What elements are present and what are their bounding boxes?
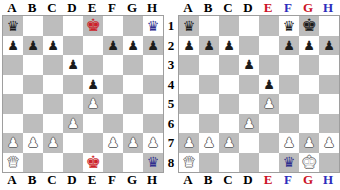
rank-label-1: 1 <box>164 16 178 36</box>
after-square-g5 <box>299 94 319 114</box>
after-square-a2: ♟ <box>179 36 199 56</box>
before-square-e7 <box>83 133 103 153</box>
before-square-c6 <box>43 114 63 134</box>
before-square-d5 <box>63 94 83 114</box>
black-pawn-a2: ♟ <box>183 39 195 52</box>
after-square-d6: ♟ <box>239 114 259 134</box>
chessboard-before: ♛♚♛♟♟♟♟♟♟♟♟♟♟♟♟♟♟♟♟♛♚♛ <box>2 15 164 173</box>
after-square-e8 <box>259 153 279 173</box>
white-pawn-f7: ♟ <box>283 136 295 149</box>
red-king-e1: ♚ <box>85 17 100 34</box>
file-label-h-bottom: H <box>318 173 338 187</box>
file-label-d-bottom: D <box>62 173 82 187</box>
before-square-b6 <box>23 114 43 134</box>
after-square-a7: ♟ <box>179 133 199 153</box>
before-square-a8: ♛ <box>3 153 23 173</box>
before-square-e4: ♟ <box>83 75 103 95</box>
before-square-g4 <box>123 75 143 95</box>
after-square-b4 <box>199 75 219 95</box>
after-square-h7: ♟ <box>319 133 339 153</box>
after-square-h4 <box>319 75 339 95</box>
before-square-g3 <box>123 55 143 75</box>
after-square-e3 <box>259 55 279 75</box>
after-square-f4 <box>279 75 299 95</box>
after-square-c6 <box>219 114 239 134</box>
after-square-f1: ♛ <box>279 16 299 36</box>
after-square-h5 <box>319 94 339 114</box>
after-square-d1 <box>239 16 259 36</box>
black-pawn-c2: ♟ <box>223 39 235 52</box>
before-square-b2: ♟ <box>23 36 43 56</box>
after-square-b3 <box>199 55 219 75</box>
white-pawn-d6: ♟ <box>243 117 255 130</box>
after-square-g1: ♚ <box>299 16 319 36</box>
before-square-h4 <box>143 75 163 95</box>
file-label-e-bottom: E <box>82 173 102 187</box>
before-square-f8 <box>103 153 123 173</box>
file-label-g-bottom: G <box>298 173 318 187</box>
file-label-h-top: H <box>318 1 338 15</box>
after-square-c1 <box>219 16 239 36</box>
after-square-a1: ♛ <box>179 16 199 36</box>
blue-queen-h1: ♛ <box>147 19 160 33</box>
chessboard-after: ♛♛♚♟♟♟♟♟♟♟♟♟♟♟♟♟♟♟♟♛♛♚ <box>178 15 340 173</box>
black-pawn-e4: ♟ <box>263 78 275 91</box>
white-pawn-a7: ♟ <box>183 136 195 149</box>
after-square-b7: ♟ <box>199 133 219 153</box>
black-queen-a1: ♛ <box>183 19 196 33</box>
after-square-f7: ♟ <box>279 133 299 153</box>
before-square-f1 <box>103 16 123 36</box>
file-label-a-top: A <box>2 1 22 15</box>
file-label-e-bottom: E <box>258 173 278 187</box>
rank-label-6: 6 <box>164 114 178 134</box>
file-label-g-bottom: G <box>122 173 142 187</box>
after-square-b2: ♟ <box>199 36 219 56</box>
before-square-d4 <box>63 75 83 95</box>
after-square-e6 <box>259 114 279 134</box>
after-square-a8: ♛ <box>179 153 199 173</box>
before-square-b5 <box>23 94 43 114</box>
after-square-b6 <box>199 114 219 134</box>
before-square-a7: ♟ <box>3 133 23 153</box>
before-square-c8 <box>43 153 63 173</box>
white-pawn-c7: ♟ <box>47 136 59 149</box>
file-labels-before-bottom: ABCDEFGH <box>2 173 164 187</box>
after-square-f6 <box>279 114 299 134</box>
after-square-d5 <box>239 94 259 114</box>
before-square-f4 <box>103 75 123 95</box>
after-square-h1 <box>319 16 339 36</box>
file-label-h-top: H <box>142 1 162 15</box>
before-square-e3 <box>83 55 103 75</box>
after-square-d8 <box>239 153 259 173</box>
before-square-d2 <box>63 36 83 56</box>
black-queen-a1: ♛ <box>7 19 20 33</box>
before-square-b7: ♟ <box>23 133 43 153</box>
after-square-g2: ♟ <box>299 36 319 56</box>
after-square-h2: ♟ <box>319 36 339 56</box>
white-pawn-h7: ♟ <box>323 136 335 149</box>
before-square-c4 <box>43 75 63 95</box>
after-square-e7 <box>259 133 279 153</box>
after-square-g3 <box>299 55 319 75</box>
file-label-d-top: D <box>238 1 258 15</box>
file-label-b-bottom: B <box>198 173 218 187</box>
before-square-c2: ♟ <box>43 36 63 56</box>
file-label-h-bottom: H <box>142 173 162 187</box>
after-square-b1 <box>199 16 219 36</box>
black-pawn-g2: ♟ <box>127 39 139 52</box>
file-labels-before-top: ABCDEFGH <box>2 1 164 15</box>
red-king-e8: ♚ <box>85 154 100 171</box>
file-label-c-bottom: C <box>42 173 62 187</box>
board-after: ABCDEFGH♛♛♚♟♟♟♟♟♟♟♟♟♟♟♟♟♟♟♟♛♛♚ABCDEFGH <box>178 1 340 187</box>
after-square-h8 <box>319 153 339 173</box>
file-label-f-bottom: F <box>102 173 122 187</box>
rank-label-4: 4 <box>164 75 178 95</box>
black-king-g1: ♚ <box>301 17 316 34</box>
before-square-g6 <box>123 114 143 134</box>
rank-label-8: 8 <box>164 153 178 173</box>
blue-queen-f8: ♛ <box>283 155 296 169</box>
after-square-c8 <box>219 153 239 173</box>
file-label-d-bottom: D <box>238 173 258 187</box>
white-pawn-g7: ♟ <box>303 136 315 149</box>
file-label-b-top: B <box>22 1 42 15</box>
before-square-b3 <box>23 55 43 75</box>
black-pawn-b2: ♟ <box>203 39 215 52</box>
after-square-a3 <box>179 55 199 75</box>
before-square-c7: ♟ <box>43 133 63 153</box>
before-square-d3: ♟ <box>63 55 83 75</box>
white-pawn-c7: ♟ <box>223 136 235 149</box>
after-square-g4 <box>299 75 319 95</box>
white-queen-a8: ♛ <box>183 155 196 169</box>
after-square-f5 <box>279 94 299 114</box>
black-pawn-g2: ♟ <box>303 39 315 52</box>
after-square-c5 <box>219 94 239 114</box>
file-label-d-top: D <box>62 1 82 15</box>
before-square-e6 <box>83 114 103 134</box>
file-labels-after-bottom: ABCDEFGH <box>178 173 340 187</box>
before-square-f2: ♟ <box>103 36 123 56</box>
rank-label-2: 2 <box>164 36 178 56</box>
after-square-f3 <box>279 55 299 75</box>
before-square-h8: ♛ <box>143 153 163 173</box>
before-square-g8 <box>123 153 143 173</box>
white-pawn-e5: ♟ <box>263 97 275 110</box>
rank-label-7: 7 <box>164 133 178 153</box>
black-pawn-e4: ♟ <box>87 78 99 91</box>
after-square-b8 <box>199 153 219 173</box>
black-pawn-h2: ♟ <box>323 39 335 52</box>
before-square-f7: ♟ <box>103 133 123 153</box>
board-before: ABCDEFGH♛♚♛♟♟♟♟♟♟♟♟♟♟♟♟♟♟♟♟♛♚♛ABCDEFGH <box>2 1 164 187</box>
black-pawn-f2: ♟ <box>283 39 295 52</box>
before-square-a4 <box>3 75 23 95</box>
before-square-a5 <box>3 94 23 114</box>
after-square-c2: ♟ <box>219 36 239 56</box>
white-pawn-a7: ♟ <box>7 136 19 149</box>
before-square-g5 <box>123 94 143 114</box>
white-pawn-b7: ♟ <box>27 136 39 149</box>
after-square-f2: ♟ <box>279 36 299 56</box>
after-square-c7: ♟ <box>219 133 239 153</box>
after-square-f8: ♛ <box>279 153 299 173</box>
black-queen-f1: ♛ <box>283 19 296 33</box>
before-square-d1 <box>63 16 83 36</box>
white-queen-a8: ♛ <box>7 155 20 169</box>
before-square-b1 <box>23 16 43 36</box>
file-label-a-top: A <box>178 1 198 15</box>
white-pawn-d6: ♟ <box>67 117 79 130</box>
after-square-a6 <box>179 114 199 134</box>
before-square-e5: ♟ <box>83 94 103 114</box>
file-label-g-top: G <box>122 1 142 15</box>
black-pawn-c2: ♟ <box>47 39 59 52</box>
white-pawn-f7: ♟ <box>107 136 119 149</box>
before-square-g2: ♟ <box>123 36 143 56</box>
file-label-e-top: E <box>82 1 102 15</box>
file-label-b-bottom: B <box>22 173 42 187</box>
white-pawn-h7: ♟ <box>147 136 159 149</box>
before-square-a2: ♟ <box>3 36 23 56</box>
white-pawn-e5: ♟ <box>87 97 99 110</box>
file-label-f-top: F <box>102 1 122 15</box>
after-square-e2 <box>259 36 279 56</box>
after-square-d2 <box>239 36 259 56</box>
before-square-f3 <box>103 55 123 75</box>
after-square-a5 <box>179 94 199 114</box>
file-label-f-top: F <box>278 1 298 15</box>
after-square-c3 <box>219 55 239 75</box>
before-square-g7: ♟ <box>123 133 143 153</box>
before-square-d7 <box>63 133 83 153</box>
blue-queen-h8: ♛ <box>147 155 160 169</box>
file-label-c-bottom: C <box>218 173 238 187</box>
after-square-h6 <box>319 114 339 134</box>
before-square-h2: ♟ <box>143 36 163 56</box>
file-label-b-top: B <box>198 1 218 15</box>
black-pawn-a2: ♟ <box>7 39 19 52</box>
file-label-a-bottom: A <box>178 173 198 187</box>
file-label-e-top: E <box>258 1 278 15</box>
black-pawn-b2: ♟ <box>27 39 39 52</box>
rank-label-3: 3 <box>164 55 178 75</box>
before-square-b4 <box>23 75 43 95</box>
file-label-c-top: C <box>42 1 62 15</box>
before-square-c3 <box>43 55 63 75</box>
after-square-d3: ♟ <box>239 55 259 75</box>
after-square-e1 <box>259 16 279 36</box>
before-square-h1: ♛ <box>143 16 163 36</box>
after-square-b5 <box>199 94 219 114</box>
after-square-g6 <box>299 114 319 134</box>
black-pawn-f2: ♟ <box>107 39 119 52</box>
white-pawn-b7: ♟ <box>203 136 215 149</box>
after-square-h3 <box>319 55 339 75</box>
after-square-c4 <box>219 75 239 95</box>
after-square-g7: ♟ <box>299 133 319 153</box>
before-square-h5 <box>143 94 163 114</box>
before-square-a1: ♛ <box>3 16 23 36</box>
file-label-g-top: G <box>298 1 318 15</box>
rank-label-5: 5 <box>164 94 178 114</box>
file-labels-after-top: ABCDEFGH <box>178 1 340 15</box>
castling-diagram: ABCDEFGH♛♚♛♟♟♟♟♟♟♟♟♟♟♟♟♟♟♟♟♛♚♛ABCDEFGH 1… <box>0 0 340 187</box>
after-square-d4 <box>239 75 259 95</box>
black-pawn-h2: ♟ <box>147 39 159 52</box>
file-label-a-bottom: A <box>2 173 22 187</box>
before-square-f6 <box>103 114 123 134</box>
before-square-g1 <box>123 16 143 36</box>
before-square-e2 <box>83 36 103 56</box>
before-square-a6 <box>3 114 23 134</box>
before-square-c5 <box>43 94 63 114</box>
white-pawn-g7: ♟ <box>127 136 139 149</box>
before-square-b8 <box>23 153 43 173</box>
before-square-f5 <box>103 94 123 114</box>
after-square-d7 <box>239 133 259 153</box>
before-square-e1: ♚ <box>83 16 103 36</box>
before-square-d8 <box>63 153 83 173</box>
after-square-e5: ♟ <box>259 94 279 114</box>
before-square-d6: ♟ <box>63 114 83 134</box>
before-square-h3 <box>143 55 163 75</box>
file-label-f-bottom: F <box>278 173 298 187</box>
after-square-e4: ♟ <box>259 75 279 95</box>
before-square-h6 <box>143 114 163 134</box>
file-label-c-top: C <box>218 1 238 15</box>
rank-labels: 12345678 <box>164 1 178 172</box>
before-square-h7: ♟ <box>143 133 163 153</box>
after-square-a4 <box>179 75 199 95</box>
before-square-a3 <box>3 55 23 75</box>
after-square-g8: ♚ <box>299 153 319 173</box>
black-pawn-d3: ♟ <box>67 58 79 71</box>
black-pawn-d3: ♟ <box>243 58 255 71</box>
before-square-c1 <box>43 16 63 36</box>
white-king-g8: ♚ <box>301 154 316 171</box>
before-square-e8: ♚ <box>83 153 103 173</box>
